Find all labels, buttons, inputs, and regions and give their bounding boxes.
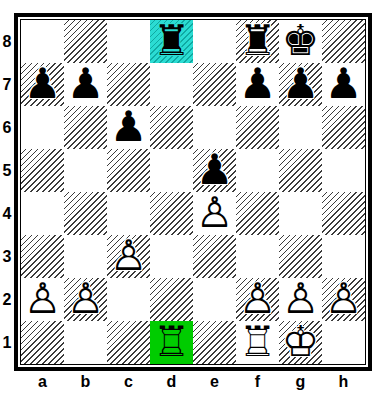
square-h2[interactable]: ♟♙ — [322, 278, 365, 321]
piece-fill-layer: ♜ — [236, 321, 279, 364]
square-d7[interactable] — [150, 63, 193, 106]
file-label-g: g — [279, 371, 322, 392]
square-g5[interactable] — [279, 149, 322, 192]
square-c2[interactable] — [107, 278, 150, 321]
square-b4[interactable] — [64, 192, 107, 235]
piece-glyph-layer: ♟ — [279, 63, 322, 106]
black-rook-d8: ♜ — [150, 20, 193, 63]
square-d8[interactable]: ♜ — [150, 20, 193, 63]
board-frame: ♜♜♚♟♟♟♟♟♟♟♟♙♟♙♟♙♟♙♟♙♟♙♟♙♖♜♖♚♔ — [14, 13, 372, 371]
square-g7[interactable]: ♟ — [279, 63, 322, 106]
black-pawn-h7: ♟ — [322, 63, 365, 106]
white-rook-f1: ♜♖ — [236, 321, 279, 364]
rank-label-8: 8 — [0, 20, 14, 63]
square-d2[interactable] — [150, 278, 193, 321]
piece-outline-layer: ♙ — [322, 278, 365, 321]
rank-label-6: 6 — [0, 106, 14, 149]
square-h8[interactable] — [322, 20, 365, 63]
square-a1[interactable] — [21, 321, 64, 364]
rank-labels: 87654321 — [0, 20, 14, 364]
square-f4[interactable] — [236, 192, 279, 235]
square-h6[interactable] — [322, 106, 365, 149]
rank-label-1: 1 — [0, 321, 14, 364]
square-a4[interactable] — [21, 192, 64, 235]
square-g1[interactable]: ♚♔ — [279, 321, 322, 364]
square-d4[interactable] — [150, 192, 193, 235]
black-pawn-a7: ♟ — [21, 63, 64, 106]
piece-fill-layer: ♟ — [21, 278, 64, 321]
square-b7[interactable]: ♟ — [64, 63, 107, 106]
file-label-d: d — [150, 371, 193, 392]
square-f1[interactable]: ♜♖ — [236, 321, 279, 364]
square-b1[interactable] — [64, 321, 107, 364]
square-f8[interactable]: ♜ — [236, 20, 279, 63]
square-g3[interactable] — [279, 235, 322, 278]
square-b6[interactable] — [64, 106, 107, 149]
square-d1[interactable]: ♖ — [150, 321, 193, 364]
square-g8[interactable]: ♚ — [279, 20, 322, 63]
black-pawn-c6: ♟ — [107, 106, 150, 149]
square-a2[interactable]: ♟♙ — [21, 278, 64, 321]
square-e5[interactable]: ♟ — [193, 149, 236, 192]
piece-fill-layer: ♚ — [279, 321, 322, 364]
piece-glyph-layer: ♚ — [279, 20, 322, 63]
square-h5[interactable] — [322, 149, 365, 192]
white-pawn-g2: ♟♙ — [279, 278, 322, 321]
piece-outline-layer: ♖ — [236, 321, 279, 364]
square-a5[interactable] — [21, 149, 64, 192]
square-a7[interactable]: ♟ — [21, 63, 64, 106]
piece-fill-layer: ♟ — [236, 278, 279, 321]
board: ♜♜♚♟♟♟♟♟♟♟♟♙♟♙♟♙♟♙♟♙♟♙♟♙♖♜♖♚♔ — [20, 19, 366, 365]
black-pawn-b7: ♟ — [64, 63, 107, 106]
piece-outline-layer: ♖ — [150, 321, 193, 364]
piece-glyph-layer: ♜ — [150, 20, 193, 63]
white-pawn-a2: ♟♙ — [21, 278, 64, 321]
square-e1[interactable] — [193, 321, 236, 364]
piece-glyph-layer: ♟ — [322, 63, 365, 106]
piece-fill-layer: ♟ — [279, 278, 322, 321]
piece-outline-layer: ♙ — [193, 192, 236, 235]
square-f5[interactable] — [236, 149, 279, 192]
white-pawn-f2: ♟♙ — [236, 278, 279, 321]
square-c4[interactable] — [107, 192, 150, 235]
square-a6[interactable] — [21, 106, 64, 149]
square-a3[interactable] — [21, 235, 64, 278]
square-d5[interactable] — [150, 149, 193, 192]
rank-label-7: 7 — [0, 63, 14, 106]
square-e3[interactable] — [193, 235, 236, 278]
square-b2[interactable]: ♟♙ — [64, 278, 107, 321]
square-b3[interactable] — [64, 235, 107, 278]
white-rook-d1: ♖ — [150, 321, 193, 364]
white-king-g1: ♚♔ — [279, 321, 322, 364]
square-e2[interactable] — [193, 278, 236, 321]
square-b8[interactable] — [64, 20, 107, 63]
black-rook-f8: ♜ — [236, 20, 279, 63]
piece-outline-layer: ♙ — [21, 278, 64, 321]
square-h3[interactable] — [322, 235, 365, 278]
square-b5[interactable] — [64, 149, 107, 192]
square-f6[interactable] — [236, 106, 279, 149]
rank-label-2: 2 — [0, 278, 14, 321]
square-e8[interactable] — [193, 20, 236, 63]
file-label-a: a — [21, 371, 64, 392]
square-c8[interactable] — [107, 20, 150, 63]
piece-outline-layer: ♔ — [279, 321, 322, 364]
piece-glyph-layer: ♜ — [236, 20, 279, 63]
square-e6[interactable] — [193, 106, 236, 149]
piece-glyph-layer: ♟ — [107, 106, 150, 149]
square-h7[interactable]: ♟ — [322, 63, 365, 106]
file-label-f: f — [236, 371, 279, 392]
square-g4[interactable] — [279, 192, 322, 235]
file-labels: abcdefgh — [21, 371, 365, 392]
piece-fill-layer: ♟ — [64, 278, 107, 321]
black-pawn-f7: ♟ — [236, 63, 279, 106]
square-d6[interactable] — [150, 106, 193, 149]
black-king-g8: ♚ — [279, 20, 322, 63]
rank-label-3: 3 — [0, 235, 14, 278]
piece-glyph-layer: ♟ — [236, 63, 279, 106]
file-label-b: b — [64, 371, 107, 392]
white-pawn-e4: ♟♙ — [193, 192, 236, 235]
square-a8[interactable] — [21, 20, 64, 63]
square-g2[interactable]: ♟♙ — [279, 278, 322, 321]
square-c7[interactable] — [107, 63, 150, 106]
square-c5[interactable] — [107, 149, 150, 192]
piece-outline-layer: ♙ — [279, 278, 322, 321]
piece-outline-layer: ♙ — [107, 235, 150, 278]
file-label-e: e — [193, 371, 236, 392]
piece-fill-layer: ♟ — [107, 235, 150, 278]
square-d3[interactable] — [150, 235, 193, 278]
file-label-h: h — [322, 371, 365, 392]
white-pawn-b2: ♟♙ — [64, 278, 107, 321]
piece-glyph-layer: ♟ — [21, 63, 64, 106]
white-pawn-c3: ♟♙ — [107, 235, 150, 278]
square-c6[interactable]: ♟ — [107, 106, 150, 149]
piece-fill-layer: ♟ — [193, 192, 236, 235]
square-c3[interactable]: ♟♙ — [107, 235, 150, 278]
square-e4[interactable]: ♟♙ — [193, 192, 236, 235]
square-h4[interactable] — [322, 192, 365, 235]
file-label-c: c — [107, 371, 150, 392]
rank-label-5: 5 — [0, 149, 14, 192]
black-pawn-g7: ♟ — [279, 63, 322, 106]
white-pawn-h2: ♟♙ — [322, 278, 365, 321]
square-c1[interactable] — [107, 321, 150, 364]
rank-label-4: 4 — [0, 192, 14, 235]
square-g6[interactable] — [279, 106, 322, 149]
piece-glyph-layer: ♟ — [64, 63, 107, 106]
square-e7[interactable] — [193, 63, 236, 106]
piece-glyph-layer: ♟ — [193, 149, 236, 192]
square-f7[interactable]: ♟ — [236, 63, 279, 106]
piece-fill-layer: ♟ — [322, 278, 365, 321]
square-f3[interactable] — [236, 235, 279, 278]
piece-outline-layer: ♙ — [236, 278, 279, 321]
piece-outline-layer: ♙ — [64, 278, 107, 321]
chess-diagram: 87654321 ♜♜♚♟♟♟♟♟♟♟♟♙♟♙♟♙♟♙♟♙♟♙♟♙♖♜♖♚♔ a… — [0, 0, 387, 394]
square-f2[interactable]: ♟♙ — [236, 278, 279, 321]
black-pawn-e5: ♟ — [193, 149, 236, 192]
square-h1[interactable] — [322, 321, 365, 364]
